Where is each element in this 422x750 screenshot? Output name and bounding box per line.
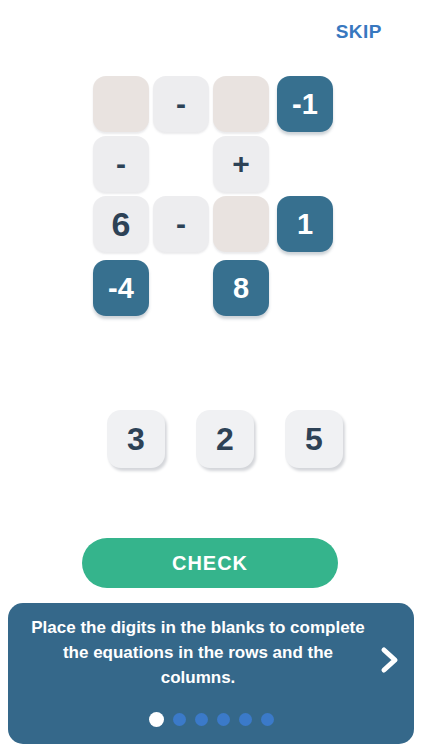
pagination-dots: [8, 712, 414, 727]
result-cell-r4c3: 8: [213, 260, 269, 316]
instruction-panel: Place the digits in the blanks to comple…: [8, 603, 414, 744]
operator-cell-r2c3: +: [213, 136, 269, 192]
operator-cell-r2c1: -: [93, 136, 149, 192]
result-cell-r4c1: -4: [93, 260, 149, 316]
operator-cell-r1c2: -: [153, 76, 209, 132]
next-page-button[interactable]: [379, 647, 401, 677]
instruction-line-2: the equations in the rows and the: [22, 640, 374, 665]
chevron-right-icon: [380, 645, 400, 679]
instruction-line-1: Place the digits in the blanks to comple…: [22, 615, 374, 640]
digit-tile-3[interactable]: 3: [107, 410, 165, 468]
pagination-dot-2[interactable]: [173, 713, 186, 726]
digit-tile-5[interactable]: 5: [285, 410, 343, 468]
given-cell-r3c1: 6: [93, 196, 149, 252]
skip-button[interactable]: SKIP: [336, 21, 382, 43]
blank-cell-r3c3[interactable]: [213, 196, 269, 252]
blank-cell-r1c3[interactable]: [213, 76, 269, 132]
puzzle-board: - -1 - + 6 - 1 -4 8: [93, 76, 333, 316]
pagination-dot-1-active[interactable]: [149, 712, 164, 727]
operator-cell-r3c2: -: [153, 196, 209, 252]
digit-tile-2[interactable]: 2: [196, 410, 254, 468]
pagination-dot-6[interactable]: [261, 713, 274, 726]
result-cell-r3c4: 1: [277, 196, 333, 252]
app-screen: SKIP - -1 - + 6 - 1 -4 8 3 2 5 CHECK Pla…: [0, 0, 422, 750]
pagination-dot-5[interactable]: [239, 713, 252, 726]
result-cell-r1c4: -1: [277, 76, 333, 132]
blank-cell-r1c1[interactable]: [93, 76, 149, 132]
instruction-text: Place the digits in the blanks to comple…: [22, 615, 374, 690]
pagination-dot-3[interactable]: [195, 713, 208, 726]
check-button[interactable]: CHECK: [82, 538, 338, 588]
pagination-dot-4[interactable]: [217, 713, 230, 726]
digit-tray: 3 2 5: [107, 410, 343, 468]
instruction-line-3: columns.: [22, 665, 374, 690]
